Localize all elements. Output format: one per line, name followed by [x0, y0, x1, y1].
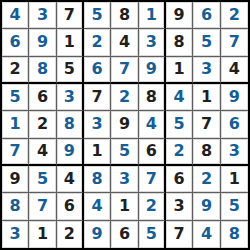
- sudoku-cell-r2c3[interactable]: 1: [57, 29, 84, 56]
- given-digit: 5: [10, 89, 21, 105]
- given-digit: 3: [119, 171, 130, 187]
- sudoku-cell-r8c6[interactable]: 2: [139, 193, 166, 220]
- filled-digit: 1: [229, 171, 240, 187]
- sudoku-cell-r3c6[interactable]: 9: [139, 57, 166, 84]
- given-digit: 8: [92, 171, 103, 187]
- given-digit: 9: [201, 198, 212, 214]
- given-digit: 2: [229, 7, 240, 23]
- filled-digit: 2: [10, 61, 21, 77]
- sudoku-cell-r4c5[interactable]: 2: [111, 84, 138, 111]
- given-digit: 3: [229, 143, 240, 159]
- sudoku-cell-r4c1[interactable]: 5: [2, 84, 29, 111]
- filled-digit: 7: [64, 7, 75, 23]
- sudoku-cell-r1c1[interactable]: 4: [2, 2, 29, 29]
- given-digit: 2: [92, 34, 103, 50]
- given-digit: 4: [174, 89, 185, 105]
- filled-digit: 5: [64, 61, 75, 77]
- sudoku-cell-r9c3[interactable]: 2: [57, 221, 84, 248]
- given-digit: 6: [229, 116, 240, 132]
- sudoku-cell-r2c5[interactable]: 4: [111, 29, 138, 56]
- sudoku-cell-r7c4[interactable]: 8: [84, 166, 111, 193]
- sudoku-cell-r1c6[interactable]: 1: [139, 2, 166, 29]
- filled-digit: 1: [37, 226, 48, 242]
- filled-digit: 9: [174, 7, 185, 23]
- given-digit: 7: [119, 61, 130, 77]
- filled-digit: 9: [119, 116, 130, 132]
- sudoku-cell-r3c3[interactable]: 5: [57, 57, 84, 84]
- filled-digit: 1: [119, 198, 130, 214]
- sudoku-cell-r6c4[interactable]: 1: [84, 139, 111, 166]
- sudoku-board: 4375819626912438572856791345637284191283…: [0, 0, 250, 250]
- sudoku-cell-r4c3[interactable]: 3: [57, 84, 84, 111]
- given-digit: 9: [146, 61, 157, 77]
- given-digit: 3: [37, 7, 48, 23]
- sudoku-cell-r2c2[interactable]: 9: [29, 29, 56, 56]
- given-digit: 8: [10, 198, 21, 214]
- given-digit: 4: [92, 198, 103, 214]
- given-digit: 7: [146, 171, 157, 187]
- sudoku-cell-r8c9[interactable]: 5: [221, 193, 248, 220]
- filled-digit: 6: [174, 171, 185, 187]
- sudoku-cell-r6c9[interactable]: 3: [221, 139, 248, 166]
- filled-digit: 8: [119, 7, 130, 23]
- filled-digit: 1: [92, 143, 103, 159]
- sudoku-cell-r5c3[interactable]: 8: [57, 111, 84, 138]
- sudoku-cell-r3c4[interactable]: 6: [84, 57, 111, 84]
- given-digit: 2: [146, 198, 157, 214]
- sudoku-cell-r9c5[interactable]: 6: [111, 221, 138, 248]
- sudoku-cell-r7c3[interactable]: 4: [57, 166, 84, 193]
- sudoku-cell-r8c8[interactable]: 9: [193, 193, 220, 220]
- sudoku-cell-r6c1[interactable]: 7: [2, 139, 29, 166]
- sudoku-cell-r7c9[interactable]: 1: [221, 166, 248, 193]
- sudoku-cell-r7c1[interactable]: 9: [2, 166, 29, 193]
- sudoku-cell-r5c4[interactable]: 3: [84, 111, 111, 138]
- sudoku-cell-r3c5[interactable]: 7: [111, 57, 138, 84]
- filled-digit: 1: [64, 34, 75, 50]
- given-digit: 4: [146, 116, 157, 132]
- given-digit: 3: [10, 226, 21, 242]
- sudoku-cell-r2c1[interactable]: 6: [2, 29, 29, 56]
- filled-digit: 3: [174, 198, 185, 214]
- given-digit: 7: [37, 198, 48, 214]
- filled-digit: 7: [201, 116, 212, 132]
- filled-digit: 6: [37, 89, 48, 105]
- sudoku-cell-r1c2[interactable]: 3: [29, 2, 56, 29]
- given-digit: 4: [10, 7, 21, 23]
- given-digit: 9: [229, 89, 240, 105]
- filled-digit: 1: [174, 61, 185, 77]
- sudoku-cell-r7c8[interactable]: 2: [193, 166, 220, 193]
- given-digit: 6: [201, 7, 212, 23]
- given-digit: 9: [64, 143, 75, 159]
- sudoku-cell-r1c3[interactable]: 7: [57, 2, 84, 29]
- sudoku-cell-r8c7[interactable]: 3: [166, 193, 193, 220]
- given-digit: 5: [92, 7, 103, 23]
- sudoku-cell-r4c9[interactable]: 9: [221, 84, 248, 111]
- given-digit: 6: [10, 34, 21, 50]
- sudoku-cell-r8c3[interactable]: 6: [57, 193, 84, 220]
- sudoku-cell-r2c8[interactable]: 5: [193, 29, 220, 56]
- sudoku-cell-r5c5[interactable]: 9: [111, 111, 138, 138]
- given-digit: 9: [92, 226, 103, 242]
- sudoku-cell-r2c7[interactable]: 8: [166, 29, 193, 56]
- sudoku-cell-r3c9[interactable]: 4: [221, 57, 248, 84]
- given-digit: 4: [201, 226, 212, 242]
- given-digit: 5: [201, 34, 212, 50]
- given-digit: 6: [92, 61, 103, 77]
- given-digit: 7: [10, 143, 21, 159]
- sudoku-cell-r3c7[interactable]: 1: [166, 57, 193, 84]
- sudoku-cell-r1c5[interactable]: 8: [111, 2, 138, 29]
- sudoku-cell-r4c6[interactable]: 8: [139, 84, 166, 111]
- sudoku-cell-r9c6[interactable]: 5: [139, 221, 166, 248]
- filled-digit: 2: [37, 116, 48, 132]
- sudoku-cell-r1c7[interactable]: 9: [166, 2, 193, 29]
- sudoku-cell-r5c6[interactable]: 4: [139, 111, 166, 138]
- sudoku-cell-r5c7[interactable]: 5: [166, 111, 193, 138]
- sudoku-cell-r6c3[interactable]: 9: [57, 139, 84, 166]
- sudoku-cell-r8c4[interactable]: 4: [84, 193, 111, 220]
- sudoku-cell-r2c6[interactable]: 3: [139, 29, 166, 56]
- given-digit: 3: [146, 34, 157, 50]
- given-digit: 2: [174, 143, 185, 159]
- sudoku-cell-r9c4[interactable]: 9: [84, 221, 111, 248]
- sudoku-cell-r5c8[interactable]: 7: [193, 111, 220, 138]
- given-digit: 5: [37, 171, 48, 187]
- given-digit: 5: [174, 116, 185, 132]
- sudoku-cell-r5c9[interactable]: 6: [221, 111, 248, 138]
- sudoku-cell-r9c2[interactable]: 1: [29, 221, 56, 248]
- sudoku-cell-r2c9[interactable]: 7: [221, 29, 248, 56]
- given-digit: 5: [119, 143, 130, 159]
- sudoku-cell-r8c5[interactable]: 1: [111, 193, 138, 220]
- sudoku-cell-r4c8[interactable]: 1: [193, 84, 220, 111]
- given-digit: 3: [92, 116, 103, 132]
- filled-digit: 2: [64, 226, 75, 242]
- given-digit: 8: [64, 116, 75, 132]
- sudoku-cell-r3c1[interactable]: 2: [2, 57, 29, 84]
- given-digit: 9: [37, 34, 48, 50]
- given-digit: 3: [64, 89, 75, 105]
- sudoku-cell-r7c7[interactable]: 6: [166, 166, 193, 193]
- sudoku-cell-r9c9[interactable]: 8: [221, 221, 248, 248]
- sudoku-cell-r7c6[interactable]: 7: [139, 166, 166, 193]
- given-digit: 2: [201, 171, 212, 187]
- sudoku-cell-r7c5[interactable]: 3: [111, 166, 138, 193]
- filled-digit: 6: [119, 226, 130, 242]
- sudoku-cell-r1c8[interactable]: 6: [193, 2, 220, 29]
- filled-digit: 4: [64, 171, 75, 187]
- filled-digit: 7: [174, 226, 185, 242]
- given-digit: 8: [37, 61, 48, 77]
- sudoku-cell-r5c1[interactable]: 1: [2, 111, 29, 138]
- given-digit: 1: [146, 7, 157, 23]
- given-digit: 1: [10, 116, 21, 132]
- filled-digit: 4: [229, 61, 240, 77]
- sudoku-cell-r3c2[interactable]: 8: [29, 57, 56, 84]
- sudoku-cell-r6c8[interactable]: 8: [193, 139, 220, 166]
- sudoku-cell-r1c4[interactable]: 5: [84, 2, 111, 29]
- sudoku-cell-r3c8[interactable]: 3: [193, 57, 220, 84]
- sudoku-cell-r9c8[interactable]: 4: [193, 221, 220, 248]
- sudoku-cell-r9c1[interactable]: 3: [2, 221, 29, 248]
- sudoku-cell-r4c2[interactable]: 6: [29, 84, 56, 111]
- filled-digit: 6: [64, 198, 75, 214]
- given-digit: 7: [229, 34, 240, 50]
- sudoku-cell-r6c2[interactable]: 4: [29, 139, 56, 166]
- filled-digit: 4: [119, 34, 130, 50]
- filled-digit: 8: [174, 34, 185, 50]
- sudoku-cell-r6c5[interactable]: 5: [111, 139, 138, 166]
- filled-digit: 9: [10, 171, 21, 187]
- sudoku-cell-r5c2[interactable]: 2: [29, 111, 56, 138]
- sudoku-cell-r4c4[interactable]: 7: [84, 84, 111, 111]
- sudoku-cell-r8c2[interactable]: 7: [29, 193, 56, 220]
- sudoku-cell-r4c7[interactable]: 4: [166, 84, 193, 111]
- sudoku-cell-r7c2[interactable]: 5: [29, 166, 56, 193]
- filled-digit: 1: [201, 89, 212, 105]
- given-digit: 5: [229, 198, 240, 214]
- filled-digit: 6: [146, 143, 157, 159]
- filled-digit: 7: [92, 89, 103, 105]
- sudoku-cell-r2c4[interactable]: 2: [84, 29, 111, 56]
- sudoku-cell-r6c7[interactable]: 2: [166, 139, 193, 166]
- filled-digit: 8: [146, 89, 157, 105]
- given-digit: 3: [201, 61, 212, 77]
- filled-digit: 4: [37, 143, 48, 159]
- sudoku-cell-r8c1[interactable]: 8: [2, 193, 29, 220]
- sudoku-cell-r1c9[interactable]: 2: [221, 2, 248, 29]
- given-digit: 2: [119, 89, 130, 105]
- sudoku-cell-r9c7[interactable]: 7: [166, 221, 193, 248]
- sudoku-cell-r6c6[interactable]: 6: [139, 139, 166, 166]
- given-digit: 8: [229, 226, 240, 242]
- filled-digit: 8: [201, 143, 212, 159]
- given-digit: 5: [146, 226, 157, 242]
